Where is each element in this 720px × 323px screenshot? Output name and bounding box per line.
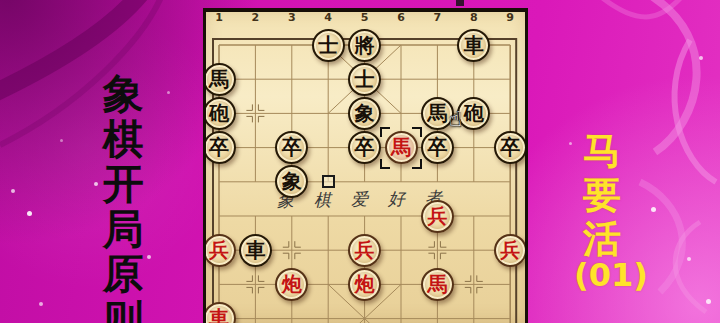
piece-character: 馬 [209, 66, 229, 93]
piece-character: 車 [245, 237, 265, 264]
black-cannon[interactable]: 砲 [457, 97, 490, 130]
piece-character: 兵 [355, 237, 375, 264]
piece-character: 士 [318, 32, 338, 59]
red-cannon[interactable]: 炮 [348, 268, 381, 301]
board-border-right [525, 8, 528, 323]
black-soldier[interactable]: 卒 [203, 131, 236, 164]
file-label-6: 6 [396, 11, 406, 24]
black-advisor[interactable]: 士 [348, 63, 381, 96]
file-label-7: 7 [432, 11, 442, 24]
file-label-1: 1 [214, 11, 224, 24]
black-soldier[interactable]: 卒 [421, 131, 454, 164]
hand-cursor-icon: ☝ [449, 107, 462, 131]
black-horse[interactable]: 馬 [203, 63, 236, 96]
board-border-left [203, 8, 206, 323]
red-soldier[interactable]: 兵 [348, 234, 381, 267]
piece-character: 馬 [427, 100, 447, 127]
piece-character: 炮 [355, 271, 375, 298]
piece-character: 兵 [500, 237, 520, 264]
piece-character: 兵 [209, 237, 229, 264]
black-soldier[interactable]: 卒 [494, 131, 527, 164]
video-frame: 象棋开局原则 马要活 (01) 123456789 象棋爱好者 士將車馬士砲象馬… [0, 0, 720, 323]
left-caption-opening-principles: 象棋开局原则 [99, 72, 147, 323]
file-label-9: 9 [505, 11, 515, 24]
file-label-8: 8 [469, 11, 479, 24]
piece-character: 砲 [464, 100, 484, 127]
selection-brackets [380, 127, 422, 169]
piece-character: 士 [355, 66, 375, 93]
red-soldier[interactable]: 兵 [494, 234, 527, 267]
piece-character: 象 [282, 168, 302, 195]
right-caption-horse-must-live: 马要活 [580, 129, 624, 261]
piece-character: 兵 [427, 203, 447, 230]
board-border-top [203, 8, 528, 12]
piece-character: 卒 [209, 134, 229, 161]
black-elephant[interactable]: 象 [348, 97, 381, 130]
piece-character: 卒 [427, 134, 447, 161]
piece-character: 砲 [209, 100, 229, 127]
red-soldier[interactable]: 兵 [203, 234, 236, 267]
file-label-2: 2 [250, 11, 260, 24]
move-from-marker [322, 175, 335, 188]
piece-character: 炮 [282, 271, 302, 298]
piece-character: 卒 [500, 134, 520, 161]
file-label-3: 3 [287, 11, 297, 24]
black-chariot[interactable]: 車 [239, 234, 272, 267]
piece-character: 象 [355, 100, 375, 127]
episode-number: (01) [574, 256, 634, 294]
black-chariot[interactable]: 車 [457, 29, 490, 62]
piece-character: 馬 [427, 271, 447, 298]
piece-character: 將 [355, 32, 375, 59]
black-soldier[interactable]: 卒 [348, 131, 381, 164]
piece-character: 卒 [282, 134, 302, 161]
red-cannon[interactable]: 炮 [275, 268, 308, 301]
video-artifact [456, 0, 464, 6]
piece-character: 卒 [355, 134, 375, 161]
piece-character: 車 [209, 305, 229, 323]
piece-character: 車 [464, 32, 484, 59]
red-horse[interactable]: 馬 [421, 268, 454, 301]
black-general[interactable]: 將 [348, 29, 381, 62]
black-advisor[interactable]: 士 [312, 29, 345, 62]
file-label-5: 5 [360, 11, 370, 24]
xiangqi-board[interactable]: 123456789 象棋爱好者 士將車馬士砲象馬砲卒卒卒卒卒象車馬兵兵兵兵炮炮馬… [203, 8, 528, 323]
file-label-4: 4 [323, 11, 333, 24]
black-cannon[interactable]: 砲 [203, 97, 236, 130]
red-soldier[interactable]: 兵 [421, 200, 454, 233]
